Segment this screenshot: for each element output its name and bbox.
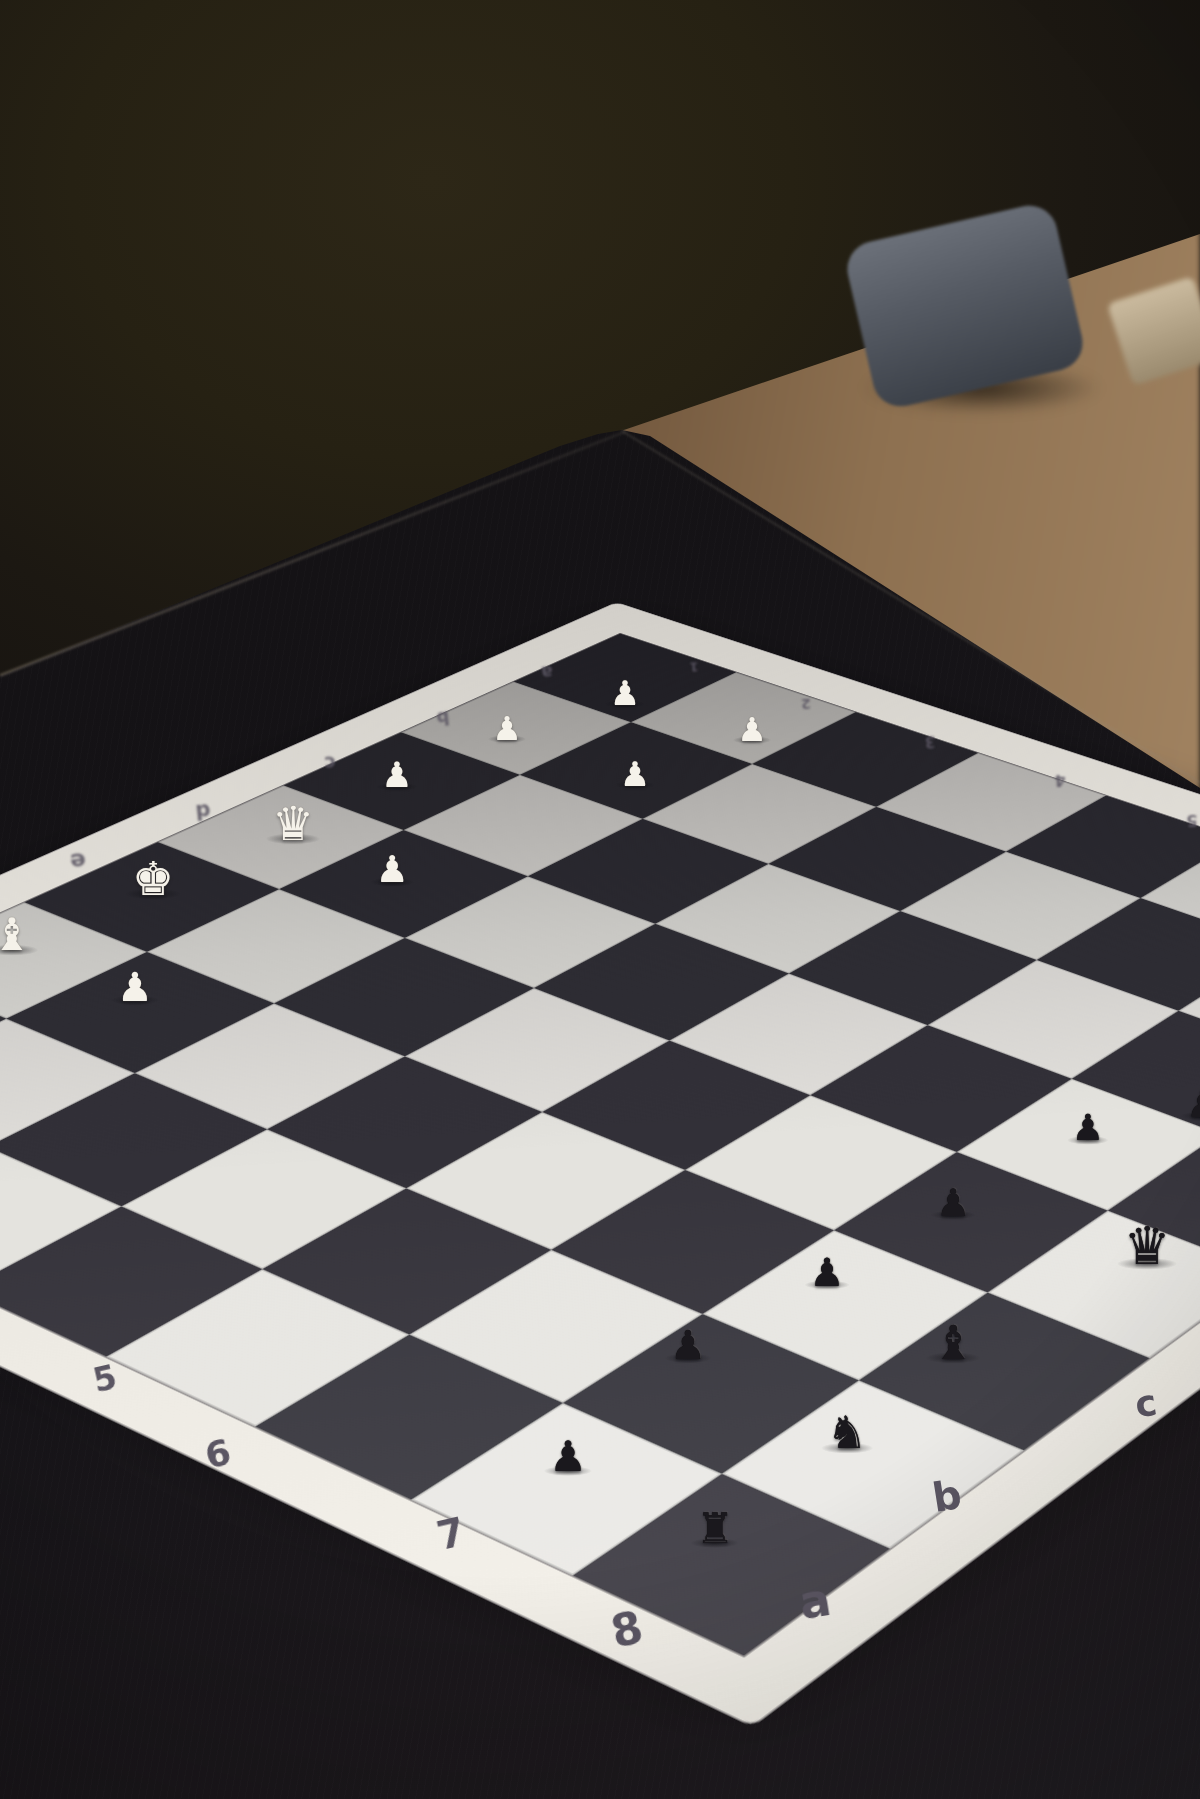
coord-far-file-c: c <box>323 753 336 773</box>
coord-far-rank-3: 3 <box>925 733 936 748</box>
piece-black-queen-e8[interactable]: ♛ <box>1124 1220 1171 1272</box>
piece-black-pawn-e7[interactable]: ♟ <box>936 1184 970 1222</box>
coord-far-file-a: a <box>540 663 553 681</box>
coord-far-rank-5: 5 <box>1186 812 1198 828</box>
piece-black-pawn-h7[interactable]: ♟ <box>549 1436 587 1478</box>
piece-black-pawn-g7[interactable]: ♟ <box>670 1325 706 1365</box>
piece-white-pawn-f2[interactable]: ♟ <box>117 967 153 1007</box>
coord-far-file-e: e <box>69 849 87 874</box>
photo-stage: chess abcde12345abc8765 ♟♟♟♛♚♝♟♟♟♟♟♟♟♟♟♟… <box>0 0 1200 1799</box>
piece-black-pawn-f7[interactable]: ♟ <box>810 1253 845 1292</box>
coord-far-rank-2: 2 <box>801 697 811 711</box>
piece-white-pawn-a1[interactable]: ♟ <box>610 676 640 710</box>
piece-black-pawn-c7[interactable]: ♟ <box>1186 1085 1200 1123</box>
piece-white-pawn-b1[interactable]: ♟ <box>492 712 522 745</box>
coord-far-file-b: b <box>436 708 451 727</box>
piece-black-rook-h8[interactable]: ♜ <box>696 1508 734 1550</box>
coord-far-rank-4: 4 <box>1054 772 1066 788</box>
piece-white-pawn-b2[interactable]: ♟ <box>620 757 650 791</box>
piece-black-bishop-f8[interactable]: ♝ <box>932 1319 974 1366</box>
piece-black-knight-g8[interactable]: ♞ <box>827 1410 867 1455</box>
piece-white-bishop-f1[interactable]: ♝ <box>0 912 32 957</box>
piece-white-king-e1[interactable]: ♚ <box>132 855 174 902</box>
piece-white-pawn-c2[interactable]: ♟ <box>375 851 408 888</box>
coord-far-rank-1: 1 <box>689 660 698 673</box>
coord-far-file-d: d <box>194 800 211 822</box>
piece-white-pawn-c1[interactable]: ♟ <box>381 758 412 793</box>
piece-white-queen-d1[interactable]: ♛ <box>272 800 314 847</box>
piece-black-pawn-d7[interactable]: ♟ <box>1072 1110 1104 1146</box>
piece-white-pawn-a2[interactable]: ♟ <box>737 713 767 746</box>
coord-near-file-b: b <box>930 1474 965 1518</box>
